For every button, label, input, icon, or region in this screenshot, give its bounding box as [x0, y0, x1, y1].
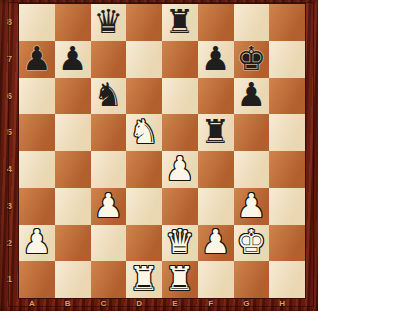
square-h5[interactable]: [269, 114, 305, 151]
square-b6[interactable]: [55, 78, 91, 115]
file-labels: ABCDEFGH: [19, 298, 305, 311]
square-d1[interactable]: ♜: [126, 261, 162, 298]
square-g2[interactable]: ♚: [234, 225, 270, 262]
black-king-g7[interactable]: ♚: [237, 42, 267, 75]
rank-label-7: 7: [1, 41, 18, 78]
square-g1[interactable]: [234, 261, 270, 298]
square-f2[interactable]: ♟: [198, 225, 234, 262]
square-g7[interactable]: ♚: [234, 41, 270, 78]
square-f4[interactable]: [198, 151, 234, 188]
black-queen-c8[interactable]: ♛: [94, 5, 124, 38]
square-a1[interactable]: [19, 261, 55, 298]
square-a5[interactable]: [19, 114, 55, 151]
square-d8[interactable]: [126, 4, 162, 41]
square-e5[interactable]: [162, 114, 198, 151]
white-rook-e1[interactable]: ♜: [165, 262, 195, 295]
square-h6[interactable]: [269, 78, 305, 115]
square-e1[interactable]: ♜: [162, 261, 198, 298]
square-d4[interactable]: [126, 151, 162, 188]
square-d6[interactable]: [126, 78, 162, 115]
square-a4[interactable]: [19, 151, 55, 188]
square-a7[interactable]: ♟: [19, 41, 55, 78]
file-label-g: G: [229, 298, 265, 311]
square-c6[interactable]: ♞: [91, 78, 127, 115]
black-rook-e8[interactable]: ♜: [165, 5, 195, 38]
square-e6[interactable]: [162, 78, 198, 115]
square-c2[interactable]: [91, 225, 127, 262]
white-pawn-a2[interactable]: ♟: [22, 225, 52, 258]
board-frame: ♛♜♟♟♟♚♞♟♞♜♟♟♟♟♛♟♚♜♜ 87654321 ABCDEFGH: [0, 0, 318, 311]
square-h7[interactable]: [269, 41, 305, 78]
file-label-f: F: [193, 298, 229, 311]
file-label-b: B: [50, 298, 86, 311]
square-b4[interactable]: [55, 151, 91, 188]
square-e4[interactable]: ♟: [162, 151, 198, 188]
square-b7[interactable]: ♟: [55, 41, 91, 78]
white-queen-e2[interactable]: ♛: [165, 225, 195, 258]
rank-label-8: 8: [1, 4, 18, 41]
square-b3[interactable]: [55, 188, 91, 225]
square-e2[interactable]: ♛: [162, 225, 198, 262]
square-c1[interactable]: [91, 261, 127, 298]
page: ♛♜♟♟♟♚♞♟♞♜♟♟♟♟♛♟♚♜♜ 87654321 ABCDEFGH: [0, 0, 414, 311]
black-pawn-a7[interactable]: ♟: [22, 42, 52, 75]
white-pawn-g3[interactable]: ♟: [237, 189, 267, 222]
chess-board: ♛♜♟♟♟♚♞♟♞♜♟♟♟♟♛♟♚♜♜: [19, 4, 305, 298]
file-label-a: A: [14, 298, 50, 311]
square-h4[interactable]: [269, 151, 305, 188]
file-label-e: E: [157, 298, 193, 311]
square-f1[interactable]: [198, 261, 234, 298]
square-d2[interactable]: [126, 225, 162, 262]
square-a8[interactable]: [19, 4, 55, 41]
white-rook-d1[interactable]: ♜: [129, 262, 159, 295]
rank-label-5: 5: [1, 114, 18, 151]
black-knight-c6[interactable]: ♞: [94, 78, 124, 111]
square-g5[interactable]: [234, 114, 270, 151]
square-b1[interactable]: [55, 261, 91, 298]
black-pawn-g6[interactable]: ♟: [237, 78, 267, 111]
square-h8[interactable]: [269, 4, 305, 41]
square-c5[interactable]: [91, 114, 127, 151]
square-h3[interactable]: [269, 188, 305, 225]
square-d3[interactable]: [126, 188, 162, 225]
rank-label-4: 4: [1, 151, 18, 188]
black-rook-f5[interactable]: ♜: [201, 115, 231, 148]
square-d5[interactable]: ♞: [126, 114, 162, 151]
file-label-h: H: [264, 298, 300, 311]
square-e8[interactable]: ♜: [162, 4, 198, 41]
square-g8[interactable]: [234, 4, 270, 41]
rank-label-2: 2: [1, 225, 18, 262]
square-a2[interactable]: ♟: [19, 225, 55, 262]
square-a6[interactable]: [19, 78, 55, 115]
square-d7[interactable]: [126, 41, 162, 78]
square-b2[interactable]: [55, 225, 91, 262]
black-pawn-b7[interactable]: ♟: [58, 42, 88, 75]
square-g6[interactable]: ♟: [234, 78, 270, 115]
square-b8[interactable]: [55, 4, 91, 41]
square-f6[interactable]: [198, 78, 234, 115]
rank-label-3: 3: [1, 188, 18, 225]
white-pawn-e4[interactable]: ♟: [165, 152, 195, 185]
square-f5[interactable]: ♜: [198, 114, 234, 151]
black-pawn-f7[interactable]: ♟: [201, 42, 231, 75]
rank-label-6: 6: [1, 78, 18, 115]
white-knight-d5[interactable]: ♞: [129, 115, 159, 148]
square-f7[interactable]: ♟: [198, 41, 234, 78]
square-h1[interactable]: [269, 261, 305, 298]
white-king-g2[interactable]: ♚: [237, 225, 267, 258]
rank-labels: 87654321: [1, 4, 18, 298]
square-g3[interactable]: ♟: [234, 188, 270, 225]
square-b5[interactable]: [55, 114, 91, 151]
square-h2[interactable]: [269, 225, 305, 262]
square-f8[interactable]: [198, 4, 234, 41]
square-a3[interactable]: [19, 188, 55, 225]
white-pawn-f2[interactable]: ♟: [201, 225, 231, 258]
square-c7[interactable]: [91, 41, 127, 78]
file-label-c: C: [86, 298, 122, 311]
rank-label-1: 1: [1, 261, 18, 298]
square-f3[interactable]: [198, 188, 234, 225]
square-e7[interactable]: [162, 41, 198, 78]
square-c8[interactable]: ♛: [91, 4, 127, 41]
white-pawn-c3[interactable]: ♟: [94, 189, 124, 222]
square-g4[interactable]: [234, 151, 270, 188]
square-c3[interactable]: ♟: [91, 188, 127, 225]
square-e3[interactable]: [162, 188, 198, 225]
square-c4[interactable]: [91, 151, 127, 188]
file-label-d: D: [121, 298, 157, 311]
